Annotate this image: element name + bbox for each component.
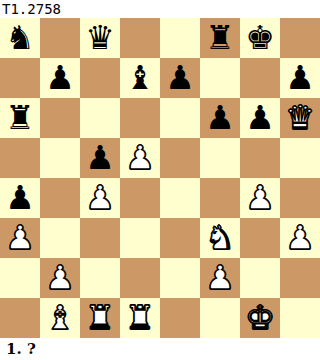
square-a1[interactable] bbox=[0, 298, 40, 338]
square-a7[interactable] bbox=[0, 58, 40, 98]
black-pawn-piece: ♟ bbox=[165, 58, 195, 98]
square-h8[interactable] bbox=[280, 18, 320, 58]
square-b8[interactable] bbox=[40, 18, 80, 58]
square-e3[interactable] bbox=[160, 218, 200, 258]
chess-board: ♞♛♜♚♟♝♟♟♜♟♟♛♟♟♟♟♟♟♞♟♟♟♝♜♜♚ bbox=[0, 18, 320, 338]
black-bishop-piece: ♝ bbox=[125, 58, 155, 98]
puzzle-id: T1.2758 bbox=[0, 0, 320, 18]
square-a5[interactable] bbox=[0, 138, 40, 178]
square-e1[interactable] bbox=[160, 298, 200, 338]
square-a3[interactable]: ♟ bbox=[0, 218, 40, 258]
square-d4[interactable] bbox=[120, 178, 160, 218]
white-king-piece: ♚ bbox=[245, 298, 275, 338]
square-e8[interactable] bbox=[160, 18, 200, 58]
square-e5[interactable] bbox=[160, 138, 200, 178]
square-a4[interactable]: ♟ bbox=[0, 178, 40, 218]
square-g6[interactable]: ♟ bbox=[240, 98, 280, 138]
square-h5[interactable] bbox=[280, 138, 320, 178]
white-pawn-piece: ♟ bbox=[205, 258, 235, 298]
square-a6[interactable]: ♜ bbox=[0, 98, 40, 138]
black-pawn-piece: ♟ bbox=[205, 98, 235, 138]
square-b2[interactable]: ♟ bbox=[40, 258, 80, 298]
square-g5[interactable] bbox=[240, 138, 280, 178]
square-c1[interactable]: ♜ bbox=[80, 298, 120, 338]
square-b3[interactable] bbox=[40, 218, 80, 258]
black-rook-piece: ♜ bbox=[205, 18, 235, 58]
white-knight-piece: ♞ bbox=[205, 218, 235, 258]
square-f7[interactable] bbox=[200, 58, 240, 98]
square-h2[interactable] bbox=[280, 258, 320, 298]
white-pawn-piece: ♟ bbox=[45, 258, 75, 298]
square-h7[interactable]: ♟ bbox=[280, 58, 320, 98]
square-g8[interactable]: ♚ bbox=[240, 18, 280, 58]
square-b7[interactable]: ♟ bbox=[40, 58, 80, 98]
square-a8[interactable]: ♞ bbox=[0, 18, 40, 58]
white-pawn-piece: ♟ bbox=[285, 218, 315, 258]
square-c3[interactable] bbox=[80, 218, 120, 258]
square-e2[interactable] bbox=[160, 258, 200, 298]
white-pawn-piece: ♟ bbox=[125, 138, 155, 178]
square-d8[interactable] bbox=[120, 18, 160, 58]
square-h4[interactable] bbox=[280, 178, 320, 218]
white-pawn-piece: ♟ bbox=[5, 218, 35, 258]
square-h1[interactable] bbox=[280, 298, 320, 338]
square-d2[interactable] bbox=[120, 258, 160, 298]
square-d5[interactable]: ♟ bbox=[120, 138, 160, 178]
square-c7[interactable] bbox=[80, 58, 120, 98]
square-e6[interactable] bbox=[160, 98, 200, 138]
black-pawn-piece: ♟ bbox=[5, 178, 35, 218]
square-c4[interactable]: ♟ bbox=[80, 178, 120, 218]
black-knight-piece: ♞ bbox=[5, 18, 35, 58]
square-e4[interactable] bbox=[160, 178, 200, 218]
white-pawn-piece: ♟ bbox=[245, 178, 275, 218]
square-g2[interactable] bbox=[240, 258, 280, 298]
square-g7[interactable] bbox=[240, 58, 280, 98]
square-c5[interactable]: ♟ bbox=[80, 138, 120, 178]
square-f2[interactable]: ♟ bbox=[200, 258, 240, 298]
square-g1[interactable]: ♚ bbox=[240, 298, 280, 338]
square-d1[interactable]: ♜ bbox=[120, 298, 160, 338]
square-d6[interactable] bbox=[120, 98, 160, 138]
square-g3[interactable] bbox=[240, 218, 280, 258]
square-c6[interactable] bbox=[80, 98, 120, 138]
black-pawn-piece: ♟ bbox=[285, 58, 315, 98]
square-h3[interactable]: ♟ bbox=[280, 218, 320, 258]
move-prompt: 1. ? bbox=[0, 338, 320, 360]
square-b5[interactable] bbox=[40, 138, 80, 178]
square-d7[interactable]: ♝ bbox=[120, 58, 160, 98]
square-c8[interactable]: ♛ bbox=[80, 18, 120, 58]
square-f6[interactable]: ♟ bbox=[200, 98, 240, 138]
black-pawn-piece: ♟ bbox=[245, 98, 275, 138]
black-queen-piece: ♛ bbox=[85, 18, 115, 58]
square-f4[interactable] bbox=[200, 178, 240, 218]
square-a2[interactable] bbox=[0, 258, 40, 298]
square-b1[interactable]: ♝ bbox=[40, 298, 80, 338]
square-h6[interactable]: ♛ bbox=[280, 98, 320, 138]
square-f5[interactable] bbox=[200, 138, 240, 178]
square-g4[interactable]: ♟ bbox=[240, 178, 280, 218]
square-e7[interactable]: ♟ bbox=[160, 58, 200, 98]
square-f3[interactable]: ♞ bbox=[200, 218, 240, 258]
black-rook-piece: ♜ bbox=[5, 98, 35, 138]
square-b4[interactable] bbox=[40, 178, 80, 218]
white-bishop-piece: ♝ bbox=[45, 298, 75, 338]
square-f8[interactable]: ♜ bbox=[200, 18, 240, 58]
square-d3[interactable] bbox=[120, 218, 160, 258]
black-pawn-piece: ♟ bbox=[45, 58, 75, 98]
white-pawn-piece: ♟ bbox=[85, 178, 115, 218]
white-rook-piece: ♜ bbox=[125, 298, 155, 338]
white-queen-piece: ♛ bbox=[285, 98, 315, 138]
square-b6[interactable] bbox=[40, 98, 80, 138]
white-rook-piece: ♜ bbox=[85, 298, 115, 338]
square-c2[interactable] bbox=[80, 258, 120, 298]
square-f1[interactable] bbox=[200, 298, 240, 338]
black-pawn-piece: ♟ bbox=[85, 138, 115, 178]
black-king-piece: ♚ bbox=[245, 18, 275, 58]
